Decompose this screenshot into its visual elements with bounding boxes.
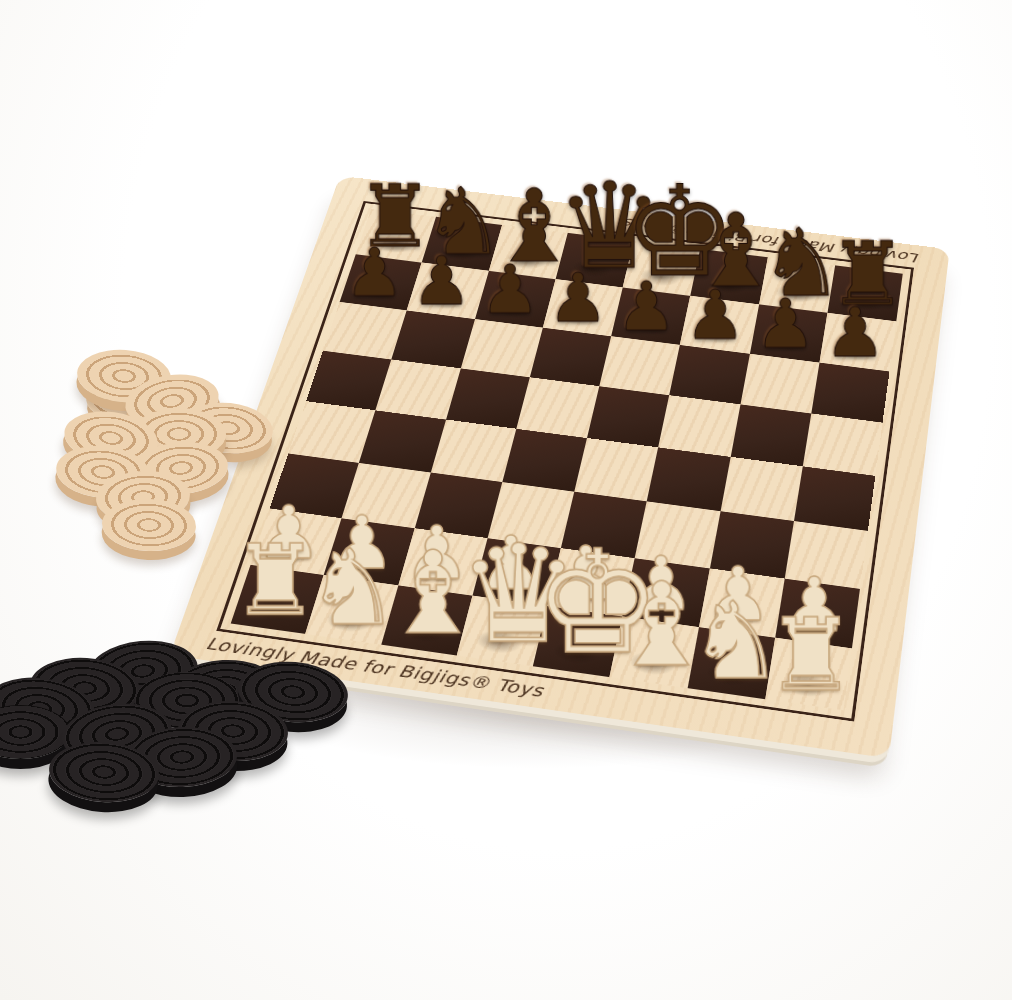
square-d6[interactable] xyxy=(530,327,612,386)
perspective-scene: ♜♞♝♛♚♝♞♜♟♟♟♟♟♟♟♟♟♟♟♟♟♟♟♟♜♞♝♛♚♝♞♜ Lovingl… xyxy=(252,103,922,773)
square-g1[interactable]: ♞ xyxy=(687,627,775,699)
chess-grid: ♜♞♝♛♚♝♞♜♟♟♟♟♟♟♟♟♟♟♟♟♟♟♟♟♜♞♝♛♚♝♞♜ xyxy=(231,209,903,710)
white-bishop-f1[interactable]: ♝ xyxy=(610,572,688,681)
square-d4[interactable] xyxy=(502,429,587,492)
product-photo-scene: ♜♞♝♛♚♝♞♜♟♟♟♟♟♟♟♟♟♟♟♟♟♟♟♟♜♞♝♛♚♝♞♜ Lovingl… xyxy=(0,0,1012,1000)
square-h1[interactable]: ♜ xyxy=(765,637,852,710)
square-e4[interactable] xyxy=(574,438,658,502)
black-pawn-e7[interactable]: ♟ xyxy=(612,275,682,339)
square-b5[interactable] xyxy=(376,359,461,419)
square-f6[interactable] xyxy=(669,345,749,404)
square-e6[interactable] xyxy=(599,336,680,395)
square-f7[interactable]: ♟ xyxy=(680,296,758,353)
black-pawn-d7[interactable]: ♟ xyxy=(543,266,612,330)
black-pawn-a7[interactable]: ♟ xyxy=(340,241,409,304)
white-knight-b1[interactable]: ♞ xyxy=(306,538,383,637)
white-rook-h1[interactable]: ♜ xyxy=(766,608,845,703)
square-c4[interactable] xyxy=(430,419,516,482)
square-g7[interactable]: ♟ xyxy=(749,304,827,362)
square-h4[interactable] xyxy=(794,466,876,531)
square-h5[interactable] xyxy=(803,413,883,475)
square-g5[interactable] xyxy=(730,404,811,466)
square-e1[interactable]: ♚ xyxy=(533,606,623,677)
black-pawn-g7[interactable]: ♟ xyxy=(750,292,820,357)
square-f4[interactable] xyxy=(647,447,730,511)
square-f5[interactable] xyxy=(658,395,740,457)
black-pawn-f7[interactable]: ♟ xyxy=(681,283,751,347)
white-knight-g1[interactable]: ♞ xyxy=(688,591,766,692)
square-h7[interactable]: ♟ xyxy=(819,313,896,371)
white-rook-a1[interactable]: ♜ xyxy=(231,534,308,627)
square-h6[interactable] xyxy=(811,362,889,422)
white-bishop-c1[interactable]: ♝ xyxy=(381,541,458,649)
square-c5[interactable] xyxy=(446,368,530,429)
square-e5[interactable] xyxy=(587,386,669,447)
square-g6[interactable] xyxy=(740,353,819,413)
square-e7[interactable]: ♟ xyxy=(611,288,690,345)
black-pawn-h7[interactable]: ♟ xyxy=(820,301,890,366)
black-pawn-c7[interactable]: ♟ xyxy=(475,258,544,322)
square-g4[interactable] xyxy=(720,457,802,521)
black-pawn-b7[interactable]: ♟ xyxy=(407,250,476,314)
square-f1[interactable]: ♝ xyxy=(610,616,699,688)
white-queen-d1[interactable]: ♛ xyxy=(457,531,535,660)
square-a5[interactable] xyxy=(306,351,392,411)
square-d5[interactable] xyxy=(516,377,599,438)
white-king-e1[interactable]: ♚ xyxy=(534,535,612,670)
square-c6[interactable] xyxy=(460,319,542,377)
